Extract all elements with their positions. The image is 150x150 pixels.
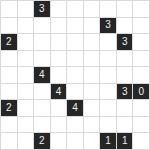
empty-cell-r6c3[interactable] (51, 100, 67, 116)
empty-cell-r6c6[interactable] (100, 100, 116, 116)
empty-cell-r3c2[interactable] (34, 51, 50, 67)
empty-cell-r4c4[interactable] (67, 67, 83, 83)
empty-cell-r4c7[interactable] (117, 67, 133, 83)
clue-cell-r2c0: 2 (1, 34, 17, 50)
empty-cell-r0c6[interactable] (100, 1, 116, 17)
empty-cell-r7c3[interactable] (51, 117, 67, 133)
empty-cell-r5c4[interactable] (67, 84, 83, 100)
clue-cell-r6c4: 4 (67, 100, 83, 116)
empty-cell-r1c7[interactable] (117, 18, 133, 34)
empty-cell-r7c4[interactable] (67, 117, 83, 133)
empty-cell-r8c1[interactable] (18, 133, 34, 149)
empty-cell-r7c2[interactable] (34, 117, 50, 133)
empty-cell-r2c1[interactable] (18, 34, 34, 50)
empty-cell-r2c3[interactable] (51, 34, 67, 50)
empty-cell-r7c6[interactable] (100, 117, 116, 133)
clue-cell-r5c7: 3 (117, 84, 133, 100)
empty-cell-r8c3[interactable] (51, 133, 67, 149)
empty-cell-r8c0[interactable] (1, 133, 17, 149)
clue-cell-r8c2: 2 (34, 133, 50, 149)
empty-cell-r2c5[interactable] (84, 34, 100, 50)
clue-cell-r5c3: 4 (51, 84, 67, 100)
empty-cell-r8c8[interactable] (133, 133, 149, 149)
empty-cell-r3c6[interactable] (100, 51, 116, 67)
empty-cell-r3c4[interactable] (67, 51, 83, 67)
empty-cell-r5c6[interactable] (100, 84, 116, 100)
clue-cell-r6c0: 2 (1, 100, 17, 116)
empty-cell-r5c0[interactable] (1, 84, 17, 100)
clue-cell-r0c2: 3 (34, 1, 50, 17)
clue-cell-r2c7: 3 (117, 34, 133, 50)
empty-cell-r3c7[interactable] (117, 51, 133, 67)
empty-cell-r6c8[interactable] (133, 100, 149, 116)
empty-cell-r5c1[interactable] (18, 84, 34, 100)
empty-cell-r0c1[interactable] (18, 1, 34, 17)
clue-cell-r8c7: 1 (117, 133, 133, 149)
empty-cell-r5c2[interactable] (34, 84, 50, 100)
clue-cell-r5c8: 0 (133, 84, 149, 100)
empty-cell-r3c3[interactable] (51, 51, 67, 67)
empty-cell-r0c4[interactable] (67, 1, 83, 17)
empty-cell-r1c4[interactable] (67, 18, 83, 34)
empty-cell-r2c8[interactable] (133, 34, 149, 50)
empty-cell-r7c5[interactable] (84, 117, 100, 133)
clue-cell-r8c6: 1 (100, 133, 116, 149)
empty-cell-r3c0[interactable] (1, 51, 17, 67)
empty-cell-r1c1[interactable] (18, 18, 34, 34)
empty-cell-r8c4[interactable] (67, 133, 83, 149)
minesweeper-board: 3323443024211 (0, 0, 150, 150)
empty-cell-r4c1[interactable] (18, 67, 34, 83)
empty-cell-r7c8[interactable] (133, 117, 149, 133)
empty-cell-r6c5[interactable] (84, 100, 100, 116)
empty-cell-r1c0[interactable] (1, 18, 17, 34)
empty-cell-r0c0[interactable] (1, 1, 17, 17)
empty-cell-r0c5[interactable] (84, 1, 100, 17)
empty-cell-r8c5[interactable] (84, 133, 100, 149)
empty-cell-r2c4[interactable] (67, 34, 83, 50)
empty-cell-r1c8[interactable] (133, 18, 149, 34)
empty-cell-r3c8[interactable] (133, 51, 149, 67)
empty-cell-r5c5[interactable] (84, 84, 100, 100)
empty-cell-r0c8[interactable] (133, 1, 149, 17)
empty-cell-r1c5[interactable] (84, 18, 100, 34)
empty-cell-r4c0[interactable] (1, 67, 17, 83)
clue-cell-r4c2: 4 (34, 67, 50, 83)
empty-cell-r6c2[interactable] (34, 100, 50, 116)
empty-cell-r4c6[interactable] (100, 67, 116, 83)
empty-cell-r7c7[interactable] (117, 117, 133, 133)
empty-cell-r7c1[interactable] (18, 117, 34, 133)
empty-cell-r4c5[interactable] (84, 67, 100, 83)
empty-cell-r3c1[interactable] (18, 51, 34, 67)
empty-cell-r0c3[interactable] (51, 1, 67, 17)
empty-cell-r2c2[interactable] (34, 34, 50, 50)
empty-cell-r7c0[interactable] (1, 117, 17, 133)
empty-cell-r2c6[interactable] (100, 34, 116, 50)
empty-cell-r4c8[interactable] (133, 67, 149, 83)
empty-cell-r0c7[interactable] (117, 1, 133, 17)
empty-cell-r1c3[interactable] (51, 18, 67, 34)
empty-cell-r6c1[interactable] (18, 100, 34, 116)
empty-cell-r3c5[interactable] (84, 51, 100, 67)
empty-cell-r6c7[interactable] (117, 100, 133, 116)
empty-cell-r1c2[interactable] (34, 18, 50, 34)
clue-cell-r1c6: 3 (100, 18, 116, 34)
empty-cell-r4c3[interactable] (51, 67, 67, 83)
